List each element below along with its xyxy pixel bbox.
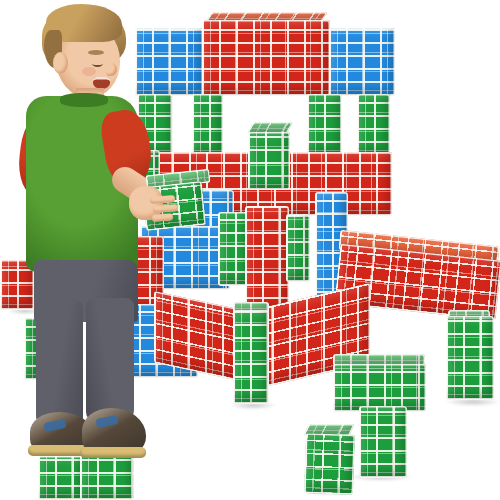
child-left-leg bbox=[36, 300, 83, 428]
child-eye bbox=[92, 60, 103, 67]
child-right-sole bbox=[80, 447, 146, 458]
child-collar bbox=[60, 93, 108, 107]
child-eyebrow bbox=[88, 50, 104, 55]
child-ear bbox=[53, 52, 68, 74]
child-right-leg bbox=[86, 298, 134, 422]
child-cheek-blush bbox=[82, 67, 96, 76]
child-nose bbox=[106, 63, 117, 76]
child-figure bbox=[0, 0, 500, 500]
product-photo bbox=[0, 0, 500, 500]
